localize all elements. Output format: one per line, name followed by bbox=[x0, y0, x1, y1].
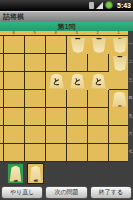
piece-kanji: 銀将 bbox=[117, 62, 123, 64]
board-square[interactable] bbox=[88, 144, 109, 162]
board-square[interactable] bbox=[25, 54, 46, 72]
status-clock: 5:43 bbox=[117, 0, 131, 11]
usb-icon bbox=[89, 2, 94, 9]
shogi-piece-sente-1四[interactable]: 歩兵 bbox=[112, 92, 128, 107]
battery-icon bbox=[105, 1, 113, 9]
file-label: 2 bbox=[96, 31, 98, 35]
quit-button[interactable]: 終了する bbox=[90, 186, 132, 199]
piece-kanji: 桂馬 bbox=[75, 44, 81, 46]
problem-number: 第1問 bbox=[58, 23, 76, 30]
board-square[interactable] bbox=[25, 126, 46, 144]
board-square[interactable] bbox=[46, 36, 67, 54]
next-problem-button[interactable]: 次の問題 bbox=[45, 186, 87, 199]
board-square[interactable] bbox=[46, 108, 67, 126]
board-square[interactable] bbox=[4, 90, 25, 108]
board-square[interactable] bbox=[67, 126, 88, 144]
problem-bar: 第1問 bbox=[0, 22, 133, 31]
board-square[interactable] bbox=[4, 126, 25, 144]
board-square[interactable] bbox=[109, 126, 128, 144]
board-square[interactable] bbox=[67, 90, 88, 108]
piece-kanji: 香車 bbox=[117, 44, 123, 46]
file-label: 6 bbox=[12, 31, 14, 35]
board-square[interactable] bbox=[88, 54, 109, 72]
button-bar: やり直し 次の問題 終了する bbox=[1, 186, 132, 199]
rank-label: 五 bbox=[128, 114, 133, 118]
board-grid: 桂馬玉将香車銀将ととと歩兵 bbox=[0, 35, 128, 162]
board-square[interactable] bbox=[109, 144, 128, 162]
board-square[interactable] bbox=[109, 108, 128, 126]
shogi-board: 桂馬玉将香車銀将ととと歩兵 7654321 bbox=[0, 31, 128, 162]
piece-kanji: 玉将 bbox=[96, 44, 102, 46]
rank-label: 二 bbox=[128, 60, 133, 64]
board-square[interactable] bbox=[46, 126, 67, 144]
shogi-piece-gote-2一[interactable]: 玉将 bbox=[91, 38, 107, 53]
piece-kanji: 香車 bbox=[33, 173, 38, 175]
board-square[interactable] bbox=[4, 108, 25, 126]
hand-piece-1[interactable]: 金将 bbox=[7, 163, 24, 184]
board-square[interactable] bbox=[67, 54, 88, 72]
shogi-piece-gote-1二[interactable]: 銀将 bbox=[112, 56, 128, 71]
board-square[interactable] bbox=[46, 54, 67, 72]
app-title-bar: 詰将棋 bbox=[0, 11, 133, 22]
board-square[interactable] bbox=[25, 144, 46, 162]
phone-screen: 5:43 詰将棋 第1問 桂馬玉将香車銀将ととと歩兵 7654321 やり直し … bbox=[0, 0, 133, 200]
status-bar: 5:43 bbox=[0, 0, 133, 11]
hand-piece-2[interactable]: 香車 bbox=[27, 163, 44, 184]
piece-kanji: 歩兵 bbox=[117, 98, 123, 100]
board-square[interactable] bbox=[88, 90, 109, 108]
signal-icon bbox=[96, 2, 103, 9]
board-square[interactable] bbox=[109, 72, 128, 90]
shogi-piece-sente-4三[interactable]: と bbox=[49, 74, 65, 89]
shogi-piece-gote-1一[interactable]: 香車 bbox=[112, 38, 128, 53]
piece-kanji: と bbox=[73, 76, 81, 86]
rank-label: 四 bbox=[128, 96, 133, 100]
board-square[interactable] bbox=[25, 90, 46, 108]
hand-piece-tile: 香車 bbox=[29, 166, 42, 182]
board-square[interactable] bbox=[25, 72, 46, 90]
shogi-piece-gote-3一[interactable]: 桂馬 bbox=[70, 38, 86, 53]
board-square[interactable] bbox=[46, 90, 67, 108]
file-label: 1 bbox=[117, 31, 119, 35]
shogi-piece-sente-2三[interactable]: と bbox=[91, 74, 107, 89]
app-title: 詰将棋 bbox=[3, 13, 24, 20]
retry-button[interactable]: やり直し bbox=[1, 186, 43, 199]
piece-kanji: 金将 bbox=[13, 173, 18, 175]
board-square[interactable] bbox=[67, 144, 88, 162]
piece-kanji: と bbox=[94, 76, 102, 86]
rank-label: 三 bbox=[128, 78, 133, 82]
board-square[interactable] bbox=[67, 108, 88, 126]
rank-label: 七 bbox=[128, 150, 133, 154]
board-square[interactable] bbox=[4, 36, 25, 54]
board-square[interactable] bbox=[4, 72, 25, 90]
rank-label: 六 bbox=[128, 132, 133, 136]
board-square[interactable] bbox=[46, 144, 67, 162]
board-square[interactable] bbox=[88, 108, 109, 126]
file-label: 5 bbox=[33, 31, 35, 35]
shogi-piece-sente-3三[interactable]: と bbox=[70, 74, 86, 89]
board-square[interactable] bbox=[4, 54, 25, 72]
piece-kanji: と bbox=[52, 76, 60, 86]
rank-label: 一 bbox=[128, 42, 133, 46]
hand-piece-tile: 金将 bbox=[9, 166, 22, 182]
file-label: 3 bbox=[75, 31, 77, 35]
file-label: 4 bbox=[54, 31, 56, 35]
board-square[interactable] bbox=[88, 126, 109, 144]
board-square[interactable] bbox=[4, 144, 25, 162]
board-square[interactable] bbox=[25, 108, 46, 126]
board-square[interactable] bbox=[25, 36, 46, 54]
